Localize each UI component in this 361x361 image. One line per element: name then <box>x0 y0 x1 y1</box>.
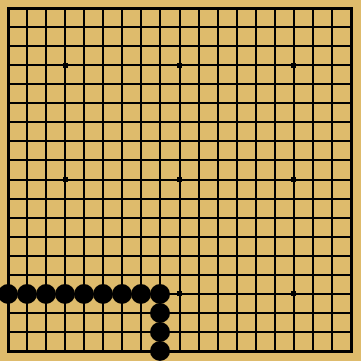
grid-line-vertical <box>217 8 219 351</box>
star-point <box>177 291 182 296</box>
grid-line-horizontal <box>8 312 351 314</box>
star-point <box>63 63 68 68</box>
star-point <box>177 63 182 68</box>
grid-line-horizontal <box>8 198 351 200</box>
star-point <box>63 177 68 182</box>
black-stone[interactable] <box>150 341 170 361</box>
grid-line-vertical <box>274 8 276 351</box>
grid-line-vertical <box>312 8 314 351</box>
star-point <box>177 177 182 182</box>
grid-line-horizontal <box>8 217 351 219</box>
black-stone[interactable] <box>17 284 37 304</box>
go-board-screenshot <box>0 0 361 361</box>
grid-line-vertical <box>236 8 238 351</box>
black-stone[interactable] <box>55 284 75 304</box>
grid-line-horizontal <box>8 274 351 276</box>
star-point <box>291 177 296 182</box>
star-point <box>291 291 296 296</box>
star-point <box>291 63 296 68</box>
grid-line-vertical <box>198 8 200 351</box>
grid-line-vertical <box>255 8 257 351</box>
grid-line-horizontal <box>8 255 351 257</box>
black-stone[interactable] <box>36 284 56 304</box>
black-stone[interactable] <box>74 284 94 304</box>
grid-line-vertical <box>331 8 333 351</box>
grid-line-horizontal <box>8 236 351 238</box>
grid-line-horizontal <box>8 331 351 333</box>
